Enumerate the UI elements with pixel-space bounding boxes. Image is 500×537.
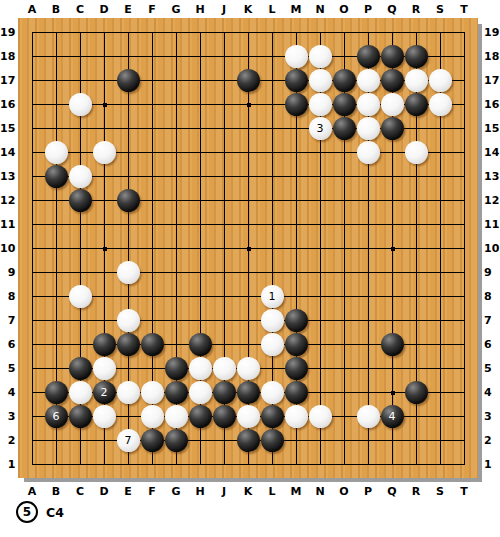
intersection-S9[interactable]: [428, 260, 452, 284]
intersection-H13[interactable]: [188, 164, 212, 188]
white-stone-F4[interactable]: [141, 381, 164, 404]
white-stone-P17[interactable]: [357, 69, 380, 92]
intersection-N14[interactable]: [308, 140, 332, 164]
intersection-L6[interactable]: [260, 332, 284, 356]
intersection-O14[interactable]: [332, 140, 356, 164]
intersection-S10[interactable]: [428, 236, 452, 260]
intersection-A9[interactable]: [20, 260, 44, 284]
intersection-M12[interactable]: [284, 188, 308, 212]
black-stone-Q18[interactable]: [381, 45, 404, 68]
intersection-P10[interactable]: [356, 236, 380, 260]
black-stone-D4[interactable]: 2: [93, 381, 116, 404]
intersection-G5[interactable]: [164, 356, 188, 380]
intersection-P7[interactable]: [356, 308, 380, 332]
intersection-E8[interactable]: [116, 284, 140, 308]
intersection-Q7[interactable]: [380, 308, 404, 332]
white-stone-S16[interactable]: [429, 93, 452, 116]
intersection-K3[interactable]: [236, 404, 260, 428]
intersection-C16[interactable]: [68, 92, 92, 116]
intersection-L14[interactable]: [260, 140, 284, 164]
intersection-G3[interactable]: [164, 404, 188, 428]
intersection-A2[interactable]: [20, 428, 44, 452]
black-stone-B4[interactable]: [45, 381, 68, 404]
intersection-G13[interactable]: [164, 164, 188, 188]
intersection-C5[interactable]: [68, 356, 92, 380]
intersection-R17[interactable]: [404, 68, 428, 92]
intersection-B13[interactable]: [44, 164, 68, 188]
intersection-T8[interactable]: [452, 284, 476, 308]
intersection-M14[interactable]: [284, 140, 308, 164]
black-stone-M16[interactable]: [285, 93, 308, 116]
intersection-E9[interactable]: [116, 260, 140, 284]
intersection-A18[interactable]: [20, 44, 44, 68]
intersection-F4[interactable]: [140, 380, 164, 404]
white-stone-M3[interactable]: [285, 405, 308, 428]
intersection-F6[interactable]: [140, 332, 164, 356]
black-stone-E17[interactable]: [117, 69, 140, 92]
intersection-S2[interactable]: [428, 428, 452, 452]
intersection-Q16[interactable]: [380, 92, 404, 116]
intersection-B9[interactable]: [44, 260, 68, 284]
intersection-N13[interactable]: [308, 164, 332, 188]
intersection-T18[interactable]: [452, 44, 476, 68]
intersection-R6[interactable]: [404, 332, 428, 356]
intersection-T14[interactable]: [452, 140, 476, 164]
intersection-J18[interactable]: [212, 44, 236, 68]
white-stone-E2[interactable]: 7: [117, 429, 140, 452]
intersection-H17[interactable]: [188, 68, 212, 92]
intersection-G12[interactable]: [164, 188, 188, 212]
intersection-K5[interactable]: [236, 356, 260, 380]
intersection-L12[interactable]: [260, 188, 284, 212]
black-stone-F6[interactable]: [141, 333, 164, 356]
intersection-N10[interactable]: [308, 236, 332, 260]
intersection-H14[interactable]: [188, 140, 212, 164]
intersection-P9[interactable]: [356, 260, 380, 284]
intersection-B8[interactable]: [44, 284, 68, 308]
intersection-J10[interactable]: [212, 236, 236, 260]
intersection-G6[interactable]: [164, 332, 188, 356]
intersection-B18[interactable]: [44, 44, 68, 68]
intersection-B1[interactable]: [44, 452, 68, 476]
intersection-Q1[interactable]: [380, 452, 404, 476]
black-stone-J3[interactable]: [213, 405, 236, 428]
intersection-O4[interactable]: [332, 380, 356, 404]
intersection-C10[interactable]: [68, 236, 92, 260]
white-stone-M18[interactable]: [285, 45, 308, 68]
intersection-N18[interactable]: [308, 44, 332, 68]
intersection-D17[interactable]: [92, 68, 116, 92]
intersection-T5[interactable]: [452, 356, 476, 380]
white-stone-S17[interactable]: [429, 69, 452, 92]
intersection-M17[interactable]: [284, 68, 308, 92]
intersection-S5[interactable]: [428, 356, 452, 380]
intersection-P1[interactable]: [356, 452, 380, 476]
intersection-R18[interactable]: [404, 44, 428, 68]
intersection-H6[interactable]: [188, 332, 212, 356]
intersection-B5[interactable]: [44, 356, 68, 380]
intersection-J11[interactable]: [212, 212, 236, 236]
intersection-R5[interactable]: [404, 356, 428, 380]
intersection-R1[interactable]: [404, 452, 428, 476]
intersection-E12[interactable]: [116, 188, 140, 212]
intersection-A17[interactable]: [20, 68, 44, 92]
intersection-K19[interactable]: [236, 20, 260, 44]
intersection-J16[interactable]: [212, 92, 236, 116]
intersection-C1[interactable]: [68, 452, 92, 476]
intersection-A3[interactable]: [20, 404, 44, 428]
intersection-F13[interactable]: [140, 164, 164, 188]
intersection-B3[interactable]: 6: [44, 404, 68, 428]
intersection-K8[interactable]: [236, 284, 260, 308]
intersection-K14[interactable]: [236, 140, 260, 164]
intersection-Q2[interactable]: [380, 428, 404, 452]
intersection-E11[interactable]: [116, 212, 140, 236]
intersection-F16[interactable]: [140, 92, 164, 116]
intersection-R9[interactable]: [404, 260, 428, 284]
intersection-C15[interactable]: [68, 116, 92, 140]
black-stone-G4[interactable]: [165, 381, 188, 404]
white-stone-E7[interactable]: [117, 309, 140, 332]
intersection-M2[interactable]: [284, 428, 308, 452]
intersection-O18[interactable]: [332, 44, 356, 68]
intersection-M11[interactable]: [284, 212, 308, 236]
intersection-A19[interactable]: [20, 20, 44, 44]
intersection-G14[interactable]: [164, 140, 188, 164]
intersection-F12[interactable]: [140, 188, 164, 212]
intersection-R13[interactable]: [404, 164, 428, 188]
intersection-T13[interactable]: [452, 164, 476, 188]
intersection-A8[interactable]: [20, 284, 44, 308]
intersection-P13[interactable]: [356, 164, 380, 188]
intersection-H12[interactable]: [188, 188, 212, 212]
intersection-E2[interactable]: 7: [116, 428, 140, 452]
intersection-N4[interactable]: [308, 380, 332, 404]
intersection-C3[interactable]: [68, 404, 92, 428]
intersection-J9[interactable]: [212, 260, 236, 284]
intersection-K15[interactable]: [236, 116, 260, 140]
intersection-C19[interactable]: [68, 20, 92, 44]
intersection-D8[interactable]: [92, 284, 116, 308]
intersection-R10[interactable]: [404, 236, 428, 260]
intersection-T6[interactable]: [452, 332, 476, 356]
black-stone-G2[interactable]: [165, 429, 188, 452]
intersection-K7[interactable]: [236, 308, 260, 332]
intersection-K1[interactable]: [236, 452, 260, 476]
intersection-N7[interactable]: [308, 308, 332, 332]
white-stone-K5[interactable]: [237, 357, 260, 380]
intersection-J13[interactable]: [212, 164, 236, 188]
intersection-B10[interactable]: [44, 236, 68, 260]
intersection-P6[interactable]: [356, 332, 380, 356]
intersection-M3[interactable]: [284, 404, 308, 428]
intersection-D3[interactable]: [92, 404, 116, 428]
intersection-J2[interactable]: [212, 428, 236, 452]
intersection-A10[interactable]: [20, 236, 44, 260]
intersection-G8[interactable]: [164, 284, 188, 308]
intersection-Q14[interactable]: [380, 140, 404, 164]
intersection-O11[interactable]: [332, 212, 356, 236]
intersection-Q3[interactable]: 4: [380, 404, 404, 428]
intersection-S11[interactable]: [428, 212, 452, 236]
intersection-B7[interactable]: [44, 308, 68, 332]
intersection-D14[interactable]: [92, 140, 116, 164]
intersection-C14[interactable]: [68, 140, 92, 164]
intersection-A12[interactable]: [20, 188, 44, 212]
intersection-M9[interactable]: [284, 260, 308, 284]
intersection-J14[interactable]: [212, 140, 236, 164]
intersection-S19[interactable]: [428, 20, 452, 44]
white-stone-E4[interactable]: [117, 381, 140, 404]
intersection-O16[interactable]: [332, 92, 356, 116]
intersection-F19[interactable]: [140, 20, 164, 44]
intersection-K2[interactable]: [236, 428, 260, 452]
intersection-D10[interactable]: [92, 236, 116, 260]
white-stone-N16[interactable]: [309, 93, 332, 116]
white-stone-D14[interactable]: [93, 141, 116, 164]
intersection-D6[interactable]: [92, 332, 116, 356]
intersection-R15[interactable]: [404, 116, 428, 140]
intersection-P17[interactable]: [356, 68, 380, 92]
intersection-J12[interactable]: [212, 188, 236, 212]
white-stone-R17[interactable]: [405, 69, 428, 92]
intersection-L17[interactable]: [260, 68, 284, 92]
intersection-T9[interactable]: [452, 260, 476, 284]
intersection-N5[interactable]: [308, 356, 332, 380]
black-stone-Q6[interactable]: [381, 333, 404, 356]
white-stone-D5[interactable]: [93, 357, 116, 380]
intersection-D12[interactable]: [92, 188, 116, 212]
intersection-N15[interactable]: 3: [308, 116, 332, 140]
white-stone-K3[interactable]: [237, 405, 260, 428]
intersection-S3[interactable]: [428, 404, 452, 428]
intersection-S7[interactable]: [428, 308, 452, 332]
intersection-F18[interactable]: [140, 44, 164, 68]
intersection-E3[interactable]: [116, 404, 140, 428]
intersection-N8[interactable]: [308, 284, 332, 308]
intersection-O2[interactable]: [332, 428, 356, 452]
intersection-A15[interactable]: [20, 116, 44, 140]
white-stone-D3[interactable]: [93, 405, 116, 428]
white-stone-L7[interactable]: [261, 309, 284, 332]
intersection-N11[interactable]: [308, 212, 332, 236]
intersection-J4[interactable]: [212, 380, 236, 404]
white-stone-B14[interactable]: [45, 141, 68, 164]
intersection-G7[interactable]: [164, 308, 188, 332]
black-stone-O16[interactable]: [333, 93, 356, 116]
intersection-A5[interactable]: [20, 356, 44, 380]
intersection-C7[interactable]: [68, 308, 92, 332]
intersection-F5[interactable]: [140, 356, 164, 380]
intersection-J8[interactable]: [212, 284, 236, 308]
intersection-L19[interactable]: [260, 20, 284, 44]
intersection-O6[interactable]: [332, 332, 356, 356]
black-stone-M5[interactable]: [285, 357, 308, 380]
white-stone-E9[interactable]: [117, 261, 140, 284]
intersection-P14[interactable]: [356, 140, 380, 164]
intersection-R16[interactable]: [404, 92, 428, 116]
intersection-O12[interactable]: [332, 188, 356, 212]
white-stone-C13[interactable]: [69, 165, 92, 188]
black-stone-L3[interactable]: [261, 405, 284, 428]
intersection-Q5[interactable]: [380, 356, 404, 380]
intersection-K16[interactable]: [236, 92, 260, 116]
intersection-O10[interactable]: [332, 236, 356, 260]
intersection-M15[interactable]: [284, 116, 308, 140]
intersection-S17[interactable]: [428, 68, 452, 92]
intersection-Q18[interactable]: [380, 44, 404, 68]
intersection-K18[interactable]: [236, 44, 260, 68]
intersection-L11[interactable]: [260, 212, 284, 236]
intersection-B11[interactable]: [44, 212, 68, 236]
black-stone-J4[interactable]: [213, 381, 236, 404]
intersection-H9[interactable]: [188, 260, 212, 284]
black-stone-C3[interactable]: [69, 405, 92, 428]
white-stone-J5[interactable]: [213, 357, 236, 380]
black-stone-G5[interactable]: [165, 357, 188, 380]
intersection-P5[interactable]: [356, 356, 380, 380]
intersection-R14[interactable]: [404, 140, 428, 164]
intersection-R11[interactable]: [404, 212, 428, 236]
intersection-L3[interactable]: [260, 404, 284, 428]
intersection-S8[interactable]: [428, 284, 452, 308]
intersection-G11[interactable]: [164, 212, 188, 236]
intersection-D1[interactable]: [92, 452, 116, 476]
intersection-T3[interactable]: [452, 404, 476, 428]
intersection-F3[interactable]: [140, 404, 164, 428]
white-stone-H5[interactable]: [189, 357, 212, 380]
intersection-J5[interactable]: [212, 356, 236, 380]
intersection-P19[interactable]: [356, 20, 380, 44]
black-stone-B3[interactable]: 6: [45, 405, 68, 428]
intersection-Q19[interactable]: [380, 20, 404, 44]
intersection-D5[interactable]: [92, 356, 116, 380]
intersection-C13[interactable]: [68, 164, 92, 188]
intersection-N19[interactable]: [308, 20, 332, 44]
intersection-M7[interactable]: [284, 308, 308, 332]
intersection-N17[interactable]: [308, 68, 332, 92]
intersection-G2[interactable]: [164, 428, 188, 452]
intersection-C18[interactable]: [68, 44, 92, 68]
intersection-F14[interactable]: [140, 140, 164, 164]
intersection-P15[interactable]: [356, 116, 380, 140]
intersection-M16[interactable]: [284, 92, 308, 116]
white-stone-N15[interactable]: 3: [309, 117, 332, 140]
intersection-N6[interactable]: [308, 332, 332, 356]
black-stone-H3[interactable]: [189, 405, 212, 428]
intersection-R12[interactable]: [404, 188, 428, 212]
intersection-D2[interactable]: [92, 428, 116, 452]
intersection-F9[interactable]: [140, 260, 164, 284]
white-stone-P3[interactable]: [357, 405, 380, 428]
intersection-E13[interactable]: [116, 164, 140, 188]
intersection-L4[interactable]: [260, 380, 284, 404]
intersection-N1[interactable]: [308, 452, 332, 476]
intersection-L15[interactable]: [260, 116, 284, 140]
intersection-K11[interactable]: [236, 212, 260, 236]
intersection-D19[interactable]: [92, 20, 116, 44]
black-stone-Q3[interactable]: 4: [381, 405, 404, 428]
intersection-J15[interactable]: [212, 116, 236, 140]
black-stone-R16[interactable]: [405, 93, 428, 116]
intersection-B4[interactable]: [44, 380, 68, 404]
intersection-A7[interactable]: [20, 308, 44, 332]
intersection-B6[interactable]: [44, 332, 68, 356]
intersection-O1[interactable]: [332, 452, 356, 476]
intersection-B15[interactable]: [44, 116, 68, 140]
black-stone-Q15[interactable]: [381, 117, 404, 140]
intersection-J19[interactable]: [212, 20, 236, 44]
intersection-D18[interactable]: [92, 44, 116, 68]
intersection-R19[interactable]: [404, 20, 428, 44]
intersection-E14[interactable]: [116, 140, 140, 164]
intersection-O5[interactable]: [332, 356, 356, 380]
intersection-E17[interactable]: [116, 68, 140, 92]
intersection-D4[interactable]: 2: [92, 380, 116, 404]
intersection-P4[interactable]: [356, 380, 380, 404]
intersection-A14[interactable]: [20, 140, 44, 164]
black-stone-E6[interactable]: [117, 333, 140, 356]
intersection-F8[interactable]: [140, 284, 164, 308]
black-stone-K4[interactable]: [237, 381, 260, 404]
intersection-O7[interactable]: [332, 308, 356, 332]
intersection-C12[interactable]: [68, 188, 92, 212]
intersection-L10[interactable]: [260, 236, 284, 260]
intersection-L16[interactable]: [260, 92, 284, 116]
intersection-F10[interactable]: [140, 236, 164, 260]
intersection-P11[interactable]: [356, 212, 380, 236]
intersection-M13[interactable]: [284, 164, 308, 188]
intersection-F2[interactable]: [140, 428, 164, 452]
intersection-S15[interactable]: [428, 116, 452, 140]
intersection-N3[interactable]: [308, 404, 332, 428]
intersection-O9[interactable]: [332, 260, 356, 284]
black-stone-Q17[interactable]: [381, 69, 404, 92]
white-stone-F3[interactable]: [141, 405, 164, 428]
intersection-A16[interactable]: [20, 92, 44, 116]
intersection-K13[interactable]: [236, 164, 260, 188]
black-stone-E12[interactable]: [117, 189, 140, 212]
intersection-Q11[interactable]: [380, 212, 404, 236]
intersection-P12[interactable]: [356, 188, 380, 212]
intersection-N16[interactable]: [308, 92, 332, 116]
intersection-F17[interactable]: [140, 68, 164, 92]
intersection-H2[interactable]: [188, 428, 212, 452]
intersection-K9[interactable]: [236, 260, 260, 284]
intersection-P18[interactable]: [356, 44, 380, 68]
intersection-H15[interactable]: [188, 116, 212, 140]
intersection-O13[interactable]: [332, 164, 356, 188]
black-stone-O17[interactable]: [333, 69, 356, 92]
intersection-J1[interactable]: [212, 452, 236, 476]
intersection-J3[interactable]: [212, 404, 236, 428]
intersection-L7[interactable]: [260, 308, 284, 332]
intersection-A13[interactable]: [20, 164, 44, 188]
intersection-E4[interactable]: [116, 380, 140, 404]
black-stone-M6[interactable]: [285, 333, 308, 356]
intersection-C9[interactable]: [68, 260, 92, 284]
white-stone-N3[interactable]: [309, 405, 332, 428]
white-stone-L6[interactable]: [261, 333, 284, 356]
intersection-E1[interactable]: [116, 452, 140, 476]
intersection-H8[interactable]: [188, 284, 212, 308]
intersection-T1[interactable]: [452, 452, 476, 476]
intersection-R7[interactable]: [404, 308, 428, 332]
intersection-B12[interactable]: [44, 188, 68, 212]
intersection-S1[interactable]: [428, 452, 452, 476]
black-stone-K2[interactable]: [237, 429, 260, 452]
intersection-T17[interactable]: [452, 68, 476, 92]
